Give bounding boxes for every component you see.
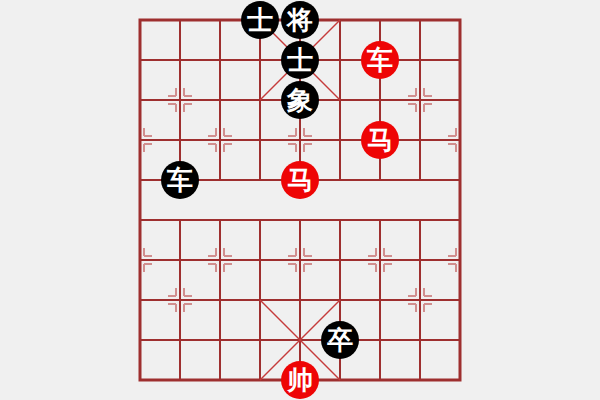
piece-black-general[interactable]: 将 xyxy=(281,1,319,39)
piece-red-chariot[interactable]: 车 xyxy=(361,41,399,79)
piece-black-advisor[interactable]: 士 xyxy=(241,1,279,39)
piece-red-horse[interactable]: 马 xyxy=(361,121,399,159)
piece-red-general[interactable]: 帅 xyxy=(281,361,319,399)
piece-black-pawn[interactable]: 卒 xyxy=(321,321,359,359)
piece-black-elephant[interactable]: 象 xyxy=(281,81,319,119)
piece-black-chariot[interactable]: 车 xyxy=(161,161,199,199)
piece-red-horse[interactable]: 马 xyxy=(281,161,319,199)
piece-black-advisor[interactable]: 士 xyxy=(281,41,319,79)
xiangqi-diagram: 士将士车象马车马卒帅 xyxy=(0,0,600,400)
pieces-layer: 士将士车象马车马卒帅 xyxy=(120,0,480,400)
